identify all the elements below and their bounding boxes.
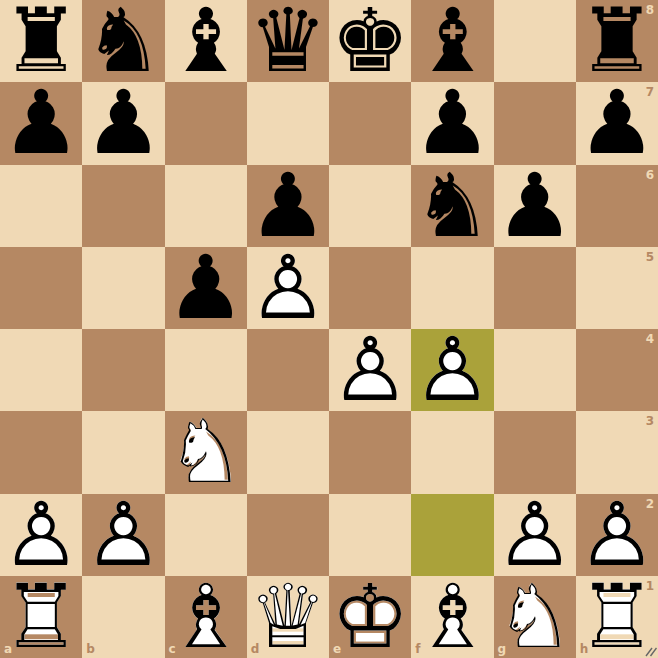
rank-label-5: 5: [646, 251, 654, 263]
square-b6[interactable]: [82, 165, 164, 247]
square-c6[interactable]: [165, 165, 247, 247]
white-king[interactable]: ♚♔: [329, 576, 411, 658]
square-f1[interactable]: ♝♗f: [411, 576, 493, 658]
rank-label-3: 3: [646, 415, 654, 427]
white-pawn[interactable]: ♟♙: [0, 494, 82, 576]
black-pawn[interactable]: ♟: [494, 165, 576, 247]
black-pawn[interactable]: ♟: [411, 82, 493, 164]
square-b4[interactable]: [82, 329, 164, 411]
square-h5[interactable]: 5: [576, 247, 658, 329]
square-e7[interactable]: [329, 82, 411, 164]
black-pawn-glyph: ♟: [247, 165, 329, 247]
square-b2[interactable]: ♟♙: [82, 494, 164, 576]
square-h1[interactable]: ♜♖h1: [576, 576, 658, 658]
black-pawn[interactable]: ♟: [0, 82, 82, 164]
square-a7[interactable]: ♟: [0, 82, 82, 164]
black-bishop-glyph: ♝: [411, 0, 493, 82]
square-c4[interactable]: [165, 329, 247, 411]
square-f4[interactable]: ♟♙: [411, 329, 493, 411]
square-e8[interactable]: ♚: [329, 0, 411, 82]
square-a3[interactable]: [0, 411, 82, 493]
square-d4[interactable]: [247, 329, 329, 411]
square-d2[interactable]: [247, 494, 329, 576]
square-f5[interactable]: [411, 247, 493, 329]
square-h4[interactable]: 4: [576, 329, 658, 411]
square-c8[interactable]: ♝: [165, 0, 247, 82]
black-pawn-glyph: ♟: [494, 165, 576, 247]
square-e5[interactable]: [329, 247, 411, 329]
square-f8[interactable]: ♝: [411, 0, 493, 82]
black-queen[interactable]: ♛: [247, 0, 329, 82]
white-bishop[interactable]: ♝♗: [411, 576, 493, 658]
rank-label-6: 6: [646, 169, 654, 181]
chess-board: ♜♞♝♛♚♝♜8♟♟♟♟7♟♞♟6♟♟♙5♟♙♟♙4♞♘3♟♙♟♙♟♙♟♙2♜♖…: [0, 0, 658, 658]
black-pawn-glyph: ♟: [411, 82, 493, 164]
black-pawn[interactable]: ♟: [165, 247, 247, 329]
square-a2[interactable]: ♟♙: [0, 494, 82, 576]
square-b5[interactable]: [82, 247, 164, 329]
black-rook-glyph: ♜: [0, 0, 82, 82]
white-king-outline-glyph: ♔: [329, 576, 411, 658]
square-h6[interactable]: 6: [576, 165, 658, 247]
square-f2[interactable]: [411, 494, 493, 576]
square-c1[interactable]: ♝♗c: [165, 576, 247, 658]
file-label-b: b: [86, 643, 95, 655]
square-e4[interactable]: ♟♙: [329, 329, 411, 411]
black-knight-glyph: ♞: [411, 165, 493, 247]
square-a8[interactable]: ♜: [0, 0, 82, 82]
square-e3[interactable]: [329, 411, 411, 493]
white-pawn[interactable]: ♟♙: [494, 494, 576, 576]
square-c7[interactable]: [165, 82, 247, 164]
black-pawn-glyph: ♟: [165, 247, 247, 329]
square-f3[interactable]: [411, 411, 493, 493]
file-label-e: e: [333, 643, 341, 655]
black-pawn-glyph: ♟: [82, 82, 164, 164]
file-label-h: h: [580, 643, 589, 655]
rank-label-7: 7: [646, 86, 654, 98]
square-b7[interactable]: ♟: [82, 82, 164, 164]
square-b3[interactable]: [82, 411, 164, 493]
square-c3[interactable]: ♞♘: [165, 411, 247, 493]
square-d7[interactable]: [247, 82, 329, 164]
file-label-f: f: [415, 643, 420, 655]
black-pawn[interactable]: ♟: [82, 82, 164, 164]
square-g5[interactable]: [494, 247, 576, 329]
square-a5[interactable]: [0, 247, 82, 329]
square-a4[interactable]: [0, 329, 82, 411]
square-d6[interactable]: ♟: [247, 165, 329, 247]
white-knight[interactable]: ♞♘: [165, 411, 247, 493]
white-pawn-outline-glyph: ♙: [329, 329, 411, 411]
black-queen-glyph: ♛: [247, 0, 329, 82]
square-e6[interactable]: [329, 165, 411, 247]
square-b1[interactable]: b: [82, 576, 164, 658]
white-bishop-outline-glyph: ♗: [411, 576, 493, 658]
white-pawn-outline-glyph: ♙: [82, 494, 164, 576]
square-g2[interactable]: ♟♙: [494, 494, 576, 576]
square-g3[interactable]: [494, 411, 576, 493]
square-g1[interactable]: ♞♘g: [494, 576, 576, 658]
square-a1[interactable]: ♜♖a: [0, 576, 82, 658]
square-h7[interactable]: ♟7: [576, 82, 658, 164]
square-d1[interactable]: ♛♕d: [247, 576, 329, 658]
black-pawn[interactable]: ♟: [247, 165, 329, 247]
square-e2[interactable]: [329, 494, 411, 576]
file-label-c: c: [169, 643, 176, 655]
white-bishop-outline-glyph: ♗: [165, 576, 247, 658]
square-g4[interactable]: [494, 329, 576, 411]
white-rook[interactable]: ♜♖: [0, 576, 82, 658]
black-rook[interactable]: ♜: [0, 0, 82, 82]
rank-label-8: 8: [646, 4, 654, 16]
square-h8[interactable]: ♜8: [576, 0, 658, 82]
square-b8[interactable]: ♞: [82, 0, 164, 82]
square-d5[interactable]: ♟♙: [247, 247, 329, 329]
white-knight-outline-glyph: ♘: [165, 411, 247, 493]
white-pawn-outline-glyph: ♙: [494, 494, 576, 576]
square-h2[interactable]: ♟♙2: [576, 494, 658, 576]
white-pawn-outline-glyph: ♙: [0, 494, 82, 576]
square-d8[interactable]: ♛: [247, 0, 329, 82]
square-a6[interactable]: [0, 165, 82, 247]
white-rook-outline-glyph: ♖: [0, 576, 82, 658]
white-pawn[interactable]: ♟♙: [329, 329, 411, 411]
black-bishop-glyph: ♝: [165, 0, 247, 82]
square-d3[interactable]: [247, 411, 329, 493]
square-g7[interactable]: [494, 82, 576, 164]
white-pawn[interactable]: ♟♙: [247, 247, 329, 329]
black-pawn-glyph: ♟: [0, 82, 82, 164]
black-knight[interactable]: ♞: [411, 165, 493, 247]
file-label-g: g: [498, 643, 507, 655]
square-g8[interactable]: [494, 0, 576, 82]
white-pawn[interactable]: ♟♙: [411, 329, 493, 411]
file-label-a: a: [4, 643, 12, 655]
square-c2[interactable]: [165, 494, 247, 576]
square-f6[interactable]: ♞: [411, 165, 493, 247]
white-pawn[interactable]: ♟♙: [82, 494, 164, 576]
square-c5[interactable]: ♟: [165, 247, 247, 329]
board-resize-handle-icon[interactable]: [645, 645, 657, 657]
square-h3[interactable]: 3: [576, 411, 658, 493]
black-king[interactable]: ♚: [329, 0, 411, 82]
black-king-glyph: ♚: [329, 0, 411, 82]
square-e1[interactable]: ♚♔e: [329, 576, 411, 658]
white-pawn-outline-glyph: ♙: [247, 247, 329, 329]
square-g6[interactable]: ♟: [494, 165, 576, 247]
rank-label-1: 1: [646, 580, 654, 592]
black-bishop[interactable]: ♝: [411, 0, 493, 82]
black-knight-glyph: ♞: [82, 0, 164, 82]
black-bishop[interactable]: ♝: [165, 0, 247, 82]
black-knight[interactable]: ♞: [82, 0, 164, 82]
white-bishop[interactable]: ♝♗: [165, 576, 247, 658]
square-f7[interactable]: ♟: [411, 82, 493, 164]
rank-label-4: 4: [646, 333, 654, 345]
rank-label-2: 2: [646, 498, 654, 510]
white-pawn-outline-glyph: ♙: [411, 329, 493, 411]
file-label-d: d: [251, 643, 260, 655]
